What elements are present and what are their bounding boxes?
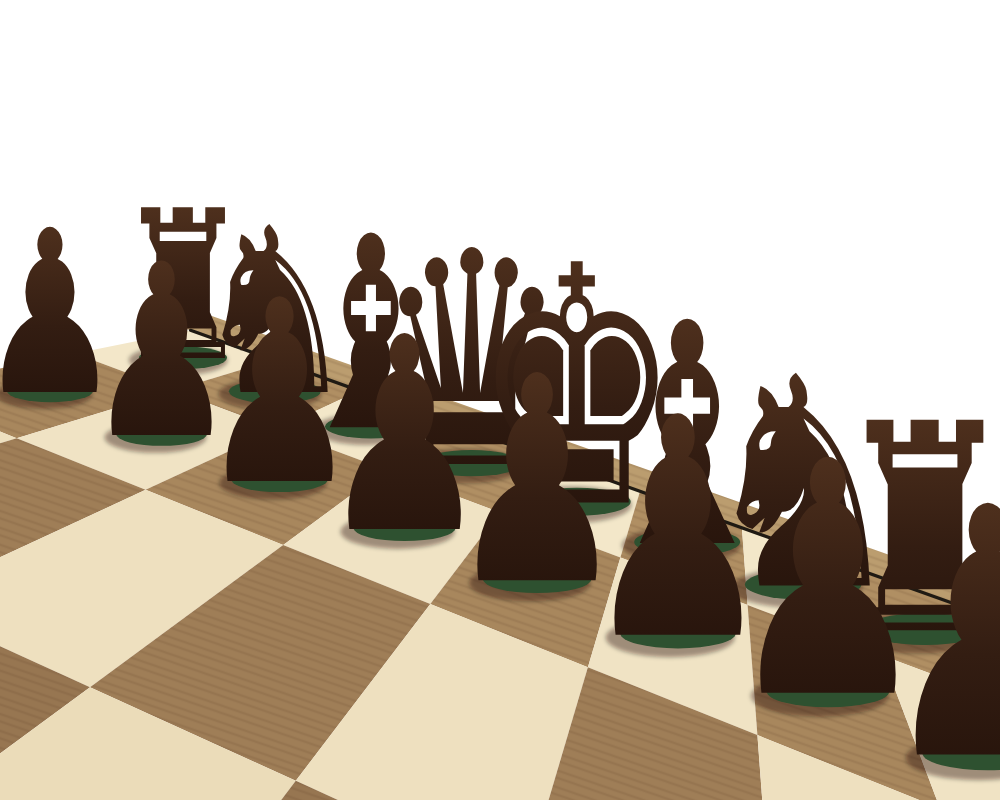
piece-glyph: ♟ [880,435,1000,800]
chess-set-photo: ♜♟♞♝♟♛♟♚♟♝♟♞♜♟♟♟ [0,0,1000,800]
piece-black-pawn-h7[interactable]: ♟ [880,435,1000,800]
chessboard-photo: ♜♟♞♝♟♛♟♚♟♝♟♞♜♟♟♟ [0,0,1000,800]
